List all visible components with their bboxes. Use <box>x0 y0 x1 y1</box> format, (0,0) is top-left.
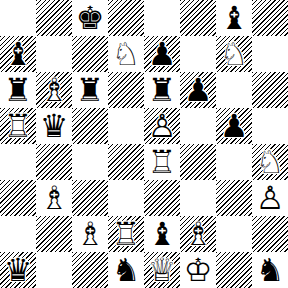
piece-glyph: ♝ <box>0 36 36 72</box>
square-c7[interactable] <box>72 36 108 72</box>
piece-glyph: ♘ <box>252 144 288 180</box>
piece-glyph: ♖ <box>144 144 180 180</box>
black-queen-icon: ♛♛ <box>0 252 36 288</box>
white-pawn-icon: ♟♙ <box>252 180 288 216</box>
square-f8[interactable] <box>180 0 216 36</box>
square-h2[interactable] <box>252 216 288 252</box>
square-a8[interactable] <box>0 0 36 36</box>
square-c6[interactable]: ♜♜ <box>72 72 108 108</box>
piece-glyph: ♙ <box>252 180 288 216</box>
square-h5[interactable] <box>252 108 288 144</box>
piece-glyph: ♟ <box>180 72 216 108</box>
white-knight-icon: ♞♘ <box>252 144 288 180</box>
square-b1[interactable] <box>36 252 72 288</box>
square-h1[interactable]: ♞♞ <box>252 252 288 288</box>
piece-glyph: ♗ <box>180 216 216 252</box>
square-c3[interactable] <box>72 180 108 216</box>
square-a2[interactable] <box>0 216 36 252</box>
square-f3[interactable] <box>180 180 216 216</box>
piece-glyph: ♛ <box>0 252 36 288</box>
square-a6[interactable]: ♜♜ <box>0 72 36 108</box>
square-g3[interactable] <box>216 180 252 216</box>
square-d6[interactable] <box>108 72 144 108</box>
black-bishop-icon: ♝♝ <box>144 216 180 252</box>
square-g4[interactable] <box>216 144 252 180</box>
square-f5[interactable] <box>180 108 216 144</box>
square-e2[interactable]: ♝♝ <box>144 216 180 252</box>
white-king-icon: ♚♔ <box>180 252 216 288</box>
piece-glyph: ♜ <box>144 72 180 108</box>
black-king-icon: ♚♚ <box>72 0 108 36</box>
square-f7[interactable] <box>180 36 216 72</box>
square-b2[interactable] <box>36 216 72 252</box>
black-rook-icon: ♜♜ <box>72 72 108 108</box>
square-b8[interactable] <box>36 0 72 36</box>
piece-glyph: ♝ <box>144 216 180 252</box>
square-d3[interactable] <box>108 180 144 216</box>
square-f4[interactable] <box>180 144 216 180</box>
piece-glyph: ♘ <box>108 36 144 72</box>
square-h7[interactable] <box>252 36 288 72</box>
piece-glyph: ♟ <box>216 108 252 144</box>
white-bishop-icon: ♝♗ <box>72 216 108 252</box>
square-c2[interactable]: ♝♗ <box>72 216 108 252</box>
square-e3[interactable] <box>144 180 180 216</box>
square-d2[interactable]: ♜♖ <box>108 216 144 252</box>
square-a4[interactable] <box>0 144 36 180</box>
piece-glyph: ♖ <box>108 216 144 252</box>
piece-glyph: ♞ <box>108 252 144 288</box>
piece-glyph: ♙ <box>144 108 180 144</box>
piece-glyph: ♛ <box>36 108 72 144</box>
piece-glyph: ♗ <box>72 216 108 252</box>
square-d8[interactable] <box>108 0 144 36</box>
piece-glyph: ♗ <box>36 72 72 108</box>
white-knight-icon: ♞♘ <box>216 36 252 72</box>
square-e8[interactable] <box>144 0 180 36</box>
square-d7[interactable]: ♞♘ <box>108 36 144 72</box>
square-b4[interactable] <box>36 144 72 180</box>
square-b3[interactable]: ♝♗ <box>36 180 72 216</box>
square-a3[interactable] <box>0 180 36 216</box>
square-h6[interactable] <box>252 72 288 108</box>
square-g5[interactable]: ♟♟ <box>216 108 252 144</box>
square-g8[interactable]: ♝♝ <box>216 0 252 36</box>
square-g7[interactable]: ♞♘ <box>216 36 252 72</box>
white-queen-icon: ♛♕ <box>144 252 180 288</box>
piece-glyph: ♚ <box>72 0 108 36</box>
black-queen-icon: ♛♛ <box>36 108 72 144</box>
square-g2[interactable] <box>216 216 252 252</box>
black-knight-icon: ♞♞ <box>108 252 144 288</box>
square-d4[interactable] <box>108 144 144 180</box>
square-b5[interactable]: ♛♛ <box>36 108 72 144</box>
square-d5[interactable] <box>108 108 144 144</box>
square-b6[interactable]: ♝♗ <box>36 72 72 108</box>
square-h4[interactable]: ♞♘ <box>252 144 288 180</box>
white-knight-icon: ♞♘ <box>108 36 144 72</box>
square-c5[interactable] <box>72 108 108 144</box>
piece-glyph: ♝ <box>216 0 252 36</box>
piece-glyph: ♞ <box>252 252 288 288</box>
white-pawn-icon: ♟♙ <box>144 108 180 144</box>
square-c4[interactable] <box>72 144 108 180</box>
black-pawn-icon: ♟♟ <box>180 72 216 108</box>
square-e1[interactable]: ♛♕ <box>144 252 180 288</box>
white-bishop-icon: ♝♗ <box>36 180 72 216</box>
square-e6[interactable]: ♜♜ <box>144 72 180 108</box>
square-c1[interactable] <box>72 252 108 288</box>
black-rook-icon: ♜♜ <box>144 72 180 108</box>
square-a5[interactable]: ♜♖ <box>0 108 36 144</box>
black-pawn-icon: ♟♟ <box>216 108 252 144</box>
white-bishop-icon: ♝♗ <box>180 216 216 252</box>
square-c8[interactable]: ♚♚ <box>72 0 108 36</box>
black-knight-icon: ♞♞ <box>252 252 288 288</box>
square-d1[interactable]: ♞♞ <box>108 252 144 288</box>
white-bishop-icon: ♝♗ <box>36 72 72 108</box>
square-h8[interactable] <box>252 0 288 36</box>
piece-glyph: ♕ <box>144 252 180 288</box>
white-rook-icon: ♜♖ <box>108 216 144 252</box>
square-e5[interactable]: ♟♙ <box>144 108 180 144</box>
square-a1[interactable]: ♛♛ <box>0 252 36 288</box>
piece-glyph: ♜ <box>0 72 36 108</box>
square-g6[interactable] <box>216 72 252 108</box>
piece-glyph: ♜ <box>72 72 108 108</box>
piece-glyph: ♗ <box>36 180 72 216</box>
square-g1[interactable] <box>216 252 252 288</box>
square-f1[interactable]: ♚♔ <box>180 252 216 288</box>
square-f2[interactable]: ♝♗ <box>180 216 216 252</box>
square-f6[interactable]: ♟♟ <box>180 72 216 108</box>
square-a7[interactable]: ♝♝ <box>0 36 36 72</box>
white-rook-icon: ♜♖ <box>144 144 180 180</box>
black-pawn-icon: ♟♟ <box>144 36 180 72</box>
square-e4[interactable]: ♜♖ <box>144 144 180 180</box>
square-e7[interactable]: ♟♟ <box>144 36 180 72</box>
piece-glyph: ♘ <box>216 36 252 72</box>
black-bishop-icon: ♝♝ <box>0 36 36 72</box>
square-b7[interactable] <box>36 36 72 72</box>
chess-board: ♚♚♝♝♝♝♞♘♟♟♞♘♜♜♝♗♜♜♜♜♟♟♜♖♛♛♟♙♟♟♜♖♞♘♝♗♟♙♝♗… <box>0 0 288 288</box>
white-rook-icon: ♜♖ <box>0 108 36 144</box>
black-bishop-icon: ♝♝ <box>216 0 252 36</box>
black-rook-icon: ♜♜ <box>0 72 36 108</box>
piece-glyph: ♖ <box>0 108 36 144</box>
piece-glyph: ♔ <box>180 252 216 288</box>
piece-glyph: ♟ <box>144 36 180 72</box>
square-h3[interactable]: ♟♙ <box>252 180 288 216</box>
